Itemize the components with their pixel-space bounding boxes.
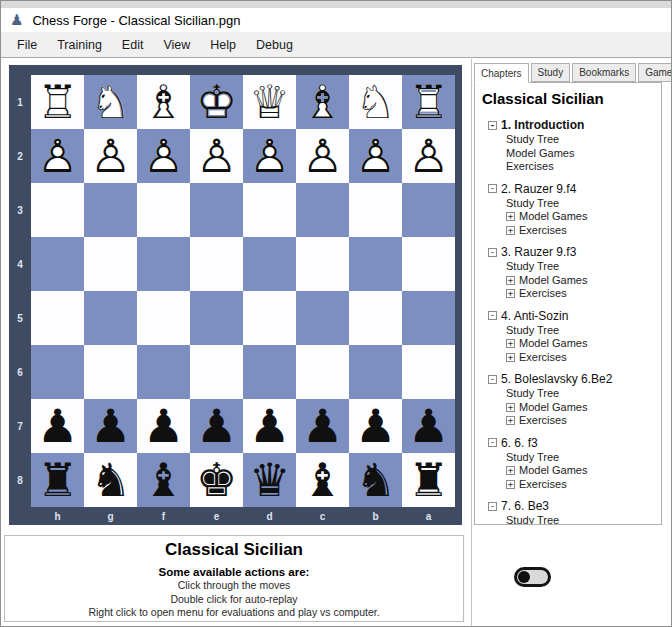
window-top-strip bbox=[1, 1, 671, 8]
square-h6[interactable] bbox=[31, 345, 84, 399]
comment-subtitle: Some available actions are: bbox=[5, 565, 463, 579]
chapter-title: 2. Rauzer 9.f4 bbox=[501, 181, 576, 197]
piece-white-pawn[interactable]: ♟♙ bbox=[296, 129, 349, 183]
piece-glyph: ♖ bbox=[31, 75, 84, 129]
square-d3[interactable] bbox=[243, 183, 296, 237]
square-e2[interactable]: ♟♙ bbox=[190, 129, 243, 183]
square-a3[interactable] bbox=[402, 183, 455, 237]
piece-black-bishop[interactable]: ♝ bbox=[296, 453, 349, 507]
chapter-2[interactable]: -2. Rauzer 9.f4 bbox=[488, 181, 657, 197]
square-a8[interactable]: ♜ bbox=[402, 453, 455, 507]
chapter-1-item[interactable]: Study Tree bbox=[506, 133, 657, 147]
square-f2[interactable]: ♟♙ bbox=[137, 129, 190, 183]
piece-glyph: ♙ bbox=[402, 129, 455, 183]
square-a5[interactable] bbox=[402, 291, 455, 345]
chapter-item-label: Model Games bbox=[519, 274, 587, 288]
menu-debug[interactable]: Debug bbox=[246, 33, 303, 57]
comment-panel: Classical Sicilian Some available action… bbox=[4, 535, 464, 622]
chapter-title: 6. 6. f3 bbox=[501, 435, 538, 451]
square-e1[interactable]: ♚♔ bbox=[190, 75, 243, 129]
square-a6[interactable] bbox=[402, 345, 455, 399]
rank-label-8: 8 bbox=[9, 453, 31, 507]
square-g6[interactable] bbox=[84, 345, 137, 399]
title-bar: ♟ Chess Forge - Classical Sicilian.pgn bbox=[1, 8, 671, 33]
piece-black-king[interactable]: ♚ bbox=[190, 453, 243, 507]
piece-glyph: ♙ bbox=[84, 129, 137, 183]
menu-file[interactable]: File bbox=[7, 33, 47, 57]
collapse-icon[interactable]: - bbox=[488, 502, 497, 511]
piece-white-king[interactable]: ♚♔ bbox=[190, 75, 243, 129]
piece-glyph: ♝ bbox=[137, 453, 190, 507]
chapter-item-label: Exercises bbox=[519, 414, 567, 428]
file-label-g: g bbox=[84, 507, 137, 525]
piece-glyph: ♝ bbox=[296, 453, 349, 507]
menu-bar: FileTrainingEditViewHelpDebug bbox=[1, 33, 671, 58]
chapter-title: 4. Anti-Sozin bbox=[501, 308, 568, 324]
expand-icon[interactable]: + bbox=[506, 480, 515, 489]
piece-glyph: ♟ bbox=[84, 399, 137, 453]
file-label-c: c bbox=[296, 507, 349, 525]
piece-glyph: ♟ bbox=[296, 399, 349, 453]
square-b8[interactable]: ♞ bbox=[349, 453, 402, 507]
square-b6[interactable] bbox=[349, 345, 402, 399]
square-f4[interactable] bbox=[137, 237, 190, 291]
chapter-3-item[interactable]: +Exercises bbox=[506, 287, 657, 301]
square-g7[interactable]: ♟ bbox=[84, 399, 137, 453]
chapter-2-item[interactable]: +Exercises bbox=[506, 224, 657, 238]
square-e5[interactable] bbox=[190, 291, 243, 345]
piece-black-pawn[interactable]: ♟ bbox=[31, 399, 84, 453]
chapter-item-label: Model Games bbox=[519, 401, 587, 415]
piece-black-pawn[interactable]: ♟ bbox=[349, 399, 402, 453]
chapter-1-item[interactable]: Model Games bbox=[506, 147, 657, 161]
expand-icon[interactable]: + bbox=[506, 416, 515, 425]
piece-glyph: ♟ bbox=[349, 399, 402, 453]
piece-black-pawn[interactable]: ♟ bbox=[84, 399, 137, 453]
study-title: Classical Sicilian bbox=[482, 90, 657, 107]
chapter-item-label: Model Games bbox=[519, 337, 587, 351]
comment-line: Double click for auto-replay bbox=[5, 593, 463, 607]
rank-label-4: 4 bbox=[9, 237, 31, 291]
square-a4[interactable] bbox=[402, 237, 455, 291]
collapse-icon[interactable]: - bbox=[488, 184, 497, 193]
piece-glyph: ♖ bbox=[402, 75, 455, 129]
piece-glyph: ♟ bbox=[137, 399, 190, 453]
piece-glyph: ♟ bbox=[190, 399, 243, 453]
piece-black-pawn[interactable]: ♟ bbox=[402, 399, 455, 453]
piece-glyph: ♟ bbox=[243, 399, 296, 453]
chess-board: 12345678hgfedcba♜♖♞♘♝♗♚♔♛♕♝♗♞♘♜♖♟♙♟♙♟♙♟♙… bbox=[9, 65, 462, 525]
square-d4[interactable] bbox=[243, 237, 296, 291]
chapter-4-item[interactable]: +Model Games bbox=[506, 337, 657, 351]
piece-glyph: ♘ bbox=[349, 75, 402, 129]
tab-chapters[interactable]: Chapters bbox=[474, 63, 529, 83]
square-g4[interactable] bbox=[84, 237, 137, 291]
square-b5[interactable] bbox=[349, 291, 402, 345]
square-g8[interactable]: ♞ bbox=[84, 453, 137, 507]
square-d8[interactable]: ♛ bbox=[243, 453, 296, 507]
piece-black-pawn[interactable]: ♟ bbox=[296, 399, 349, 453]
square-f1[interactable]: ♝♗ bbox=[137, 75, 190, 129]
rank-label-1: 1 bbox=[9, 75, 31, 129]
menu-help[interactable]: Help bbox=[200, 33, 246, 57]
piece-white-knight[interactable]: ♞♘ bbox=[84, 75, 137, 129]
square-g5[interactable] bbox=[84, 291, 137, 345]
square-h8[interactable]: ♜ bbox=[31, 453, 84, 507]
square-b2[interactable]: ♟♙ bbox=[349, 129, 402, 183]
square-d1[interactable]: ♛♕ bbox=[243, 75, 296, 129]
file-label-a: a bbox=[402, 507, 455, 525]
square-g1[interactable]: ♞♘ bbox=[84, 75, 137, 129]
square-a1[interactable]: ♜♖ bbox=[402, 75, 455, 129]
chapter-3[interactable]: -3. Rauzer 9.f3 bbox=[488, 244, 657, 260]
collapse-icon[interactable]: - bbox=[488, 311, 497, 320]
chapter-5[interactable]: -5. Boleslavsky 6.Be2 bbox=[488, 371, 657, 387]
chapter-4[interactable]: -4. Anti-Sozin bbox=[488, 308, 657, 324]
piece-white-pawn[interactable]: ♟♙ bbox=[31, 129, 84, 183]
square-e6[interactable] bbox=[190, 345, 243, 399]
square-b1[interactable]: ♞♘ bbox=[349, 75, 402, 129]
chapter-5-item[interactable]: +Model Games bbox=[506, 401, 657, 415]
square-d6[interactable] bbox=[243, 345, 296, 399]
chapter-item-label: Study Tree bbox=[506, 133, 559, 147]
square-b7[interactable]: ♟ bbox=[349, 399, 402, 453]
expand-icon[interactable]: + bbox=[506, 289, 515, 298]
toggle-switch[interactable] bbox=[514, 567, 551, 587]
chapters-panel: Classical Sicilian -1. IntroductionStudy… bbox=[474, 82, 662, 525]
square-f5[interactable] bbox=[137, 291, 190, 345]
chapter-7-item[interactable]: Study Tree bbox=[506, 514, 657, 525]
rank-label-3: 3 bbox=[9, 183, 31, 237]
square-h7[interactable]: ♟ bbox=[31, 399, 84, 453]
piece-glyph: ♘ bbox=[84, 75, 137, 129]
comment-title: Classical Sicilian bbox=[5, 539, 463, 560]
chapter-title: 5. Boleslavsky 6.Be2 bbox=[501, 371, 612, 387]
piece-glyph: ♙ bbox=[31, 129, 84, 183]
piece-glyph: ♙ bbox=[243, 129, 296, 183]
tab-bookmarks[interactable]: Bookmarks bbox=[572, 63, 636, 82]
rank-label-5: 5 bbox=[9, 291, 31, 345]
piece-white-pawn[interactable]: ♟♙ bbox=[84, 129, 137, 183]
rank-label-6: 6 bbox=[9, 345, 31, 399]
piece-white-bishop[interactable]: ♝♗ bbox=[137, 75, 190, 129]
square-c7[interactable]: ♟ bbox=[296, 399, 349, 453]
piece-glyph: ♗ bbox=[137, 75, 190, 129]
piece-white-rook[interactable]: ♜♖ bbox=[31, 75, 84, 129]
chapter-item-label: Study Tree bbox=[506, 514, 559, 525]
piece-white-pawn[interactable]: ♟♙ bbox=[137, 129, 190, 183]
expand-icon[interactable]: + bbox=[506, 466, 515, 475]
comment-line: Click through the moves bbox=[5, 579, 463, 593]
chapter-item-label: Study Tree bbox=[506, 387, 559, 401]
piece-white-knight[interactable]: ♞♘ bbox=[349, 75, 402, 129]
chapter-3-item[interactable]: Study Tree bbox=[506, 260, 657, 274]
square-c6[interactable] bbox=[296, 345, 349, 399]
square-f6[interactable] bbox=[137, 345, 190, 399]
piece-glyph: ♟ bbox=[31, 399, 84, 453]
piece-glyph: ♜ bbox=[31, 453, 84, 507]
square-g3[interactable] bbox=[84, 183, 137, 237]
expand-icon[interactable]: + bbox=[506, 353, 515, 362]
square-e8[interactable]: ♚ bbox=[190, 453, 243, 507]
menu-view[interactable]: View bbox=[153, 33, 200, 57]
chapter-title: 7. 6. Be3 bbox=[501, 498, 549, 514]
window-title: Chess Forge - Classical Sicilian.pgn bbox=[32, 13, 240, 28]
expand-icon[interactable]: + bbox=[506, 339, 515, 348]
expand-icon[interactable]: + bbox=[506, 403, 515, 412]
chapter-6-item[interactable]: +Model Games bbox=[506, 464, 657, 478]
file-label-h: h bbox=[31, 507, 84, 525]
chapter-6-item[interactable]: +Exercises bbox=[506, 478, 657, 492]
pawn-icon: ♟ bbox=[10, 13, 23, 28]
piece-black-rook[interactable]: ♜ bbox=[402, 453, 455, 507]
piece-white-queen[interactable]: ♛♕ bbox=[243, 75, 296, 129]
piece-glyph: ♙ bbox=[137, 129, 190, 183]
piece-white-pawn[interactable]: ♟♙ bbox=[402, 129, 455, 183]
square-h5[interactable] bbox=[31, 291, 84, 345]
square-e3[interactable] bbox=[190, 183, 243, 237]
square-h3[interactable] bbox=[31, 183, 84, 237]
piece-white-pawn[interactable]: ♟♙ bbox=[243, 129, 296, 183]
square-c4[interactable] bbox=[296, 237, 349, 291]
chapter-item-label: Exercises bbox=[519, 224, 567, 238]
collapse-icon[interactable]: - bbox=[488, 121, 497, 130]
piece-black-pawn[interactable]: ♟ bbox=[137, 399, 190, 453]
piece-glyph: ♙ bbox=[296, 129, 349, 183]
piece-white-pawn[interactable]: ♟♙ bbox=[190, 129, 243, 183]
chapter-3-item[interactable]: +Model Games bbox=[506, 274, 657, 288]
chapter-6[interactable]: -6. 6. f3 bbox=[488, 435, 657, 451]
toggle-knob[interactable] bbox=[518, 571, 530, 583]
collapse-icon[interactable]: - bbox=[488, 438, 497, 447]
menu-edit[interactable]: Edit bbox=[112, 33, 154, 57]
piece-glyph: ♔ bbox=[190, 75, 243, 129]
piece-glyph: ♜ bbox=[402, 453, 455, 507]
chapter-4-item[interactable]: +Exercises bbox=[506, 351, 657, 365]
tab-study[interactable]: Study bbox=[531, 63, 571, 82]
chapter-5-item[interactable]: Study Tree bbox=[506, 387, 657, 401]
collapse-icon[interactable]: - bbox=[488, 375, 497, 384]
chapter-item-label: Exercises bbox=[519, 478, 567, 492]
chapter-1-item[interactable]: Exercises bbox=[506, 160, 657, 174]
piece-black-pawn[interactable]: ♟ bbox=[243, 399, 296, 453]
comment-lines: Click through the movesDouble click for … bbox=[5, 579, 463, 620]
square-c1[interactable]: ♝♗ bbox=[296, 75, 349, 129]
square-b4[interactable] bbox=[349, 237, 402, 291]
square-a2[interactable]: ♟♙ bbox=[402, 129, 455, 183]
piece-black-knight[interactable]: ♞ bbox=[84, 453, 137, 507]
piece-glyph: ♕ bbox=[243, 75, 296, 129]
square-d5[interactable] bbox=[243, 291, 296, 345]
chapter-5-item[interactable]: +Exercises bbox=[506, 414, 657, 428]
piece-black-knight[interactable]: ♞ bbox=[349, 453, 402, 507]
piece-black-pawn[interactable]: ♟ bbox=[190, 399, 243, 453]
piece-white-pawn[interactable]: ♟♙ bbox=[349, 129, 402, 183]
chapter-1[interactable]: -1. Introduction bbox=[488, 117, 657, 133]
chapter-4-item[interactable]: Study Tree bbox=[506, 324, 657, 338]
chapter-item-label: Study Tree bbox=[506, 324, 559, 338]
file-label-f: f bbox=[137, 507, 190, 525]
chapter-item-label: Exercises bbox=[506, 160, 554, 174]
expand-icon[interactable]: + bbox=[506, 212, 515, 221]
collapse-icon[interactable]: - bbox=[488, 248, 497, 257]
square-d7[interactable]: ♟ bbox=[243, 399, 296, 453]
sidebar-tabs: ChaptersStudyBookmarksGamesExercises bbox=[474, 63, 672, 82]
piece-glyph: ♞ bbox=[84, 453, 137, 507]
chapter-item-label: Exercises bbox=[519, 287, 567, 301]
square-f3[interactable] bbox=[137, 183, 190, 237]
piece-glyph: ♗ bbox=[296, 75, 349, 129]
square-e7[interactable]: ♟ bbox=[190, 399, 243, 453]
chapter-6-item[interactable]: Study Tree bbox=[506, 451, 657, 465]
square-g2[interactable]: ♟♙ bbox=[84, 129, 137, 183]
chapter-item-label: Study Tree bbox=[506, 260, 559, 274]
piece-glyph: ♞ bbox=[349, 453, 402, 507]
square-f7[interactable]: ♟ bbox=[137, 399, 190, 453]
rank-label-2: 2 bbox=[9, 129, 31, 183]
menu-training[interactable]: Training bbox=[47, 33, 112, 57]
square-c3[interactable] bbox=[296, 183, 349, 237]
piece-white-rook[interactable]: ♜♖ bbox=[402, 75, 455, 129]
square-h4[interactable] bbox=[31, 237, 84, 291]
chapter-title: 3. Rauzer 9.f3 bbox=[501, 244, 576, 260]
square-c8[interactable]: ♝ bbox=[296, 453, 349, 507]
chapter-item-label: Study Tree bbox=[506, 451, 559, 465]
piece-glyph: ♙ bbox=[190, 129, 243, 183]
square-c2[interactable]: ♟♙ bbox=[296, 129, 349, 183]
square-e4[interactable] bbox=[190, 237, 243, 291]
chapter-item-label: Model Games bbox=[519, 210, 587, 224]
square-c5[interactable] bbox=[296, 291, 349, 345]
chapter-item-label: Model Games bbox=[519, 464, 587, 478]
chapter-title: 1. Introduction bbox=[501, 117, 584, 133]
piece-white-bishop[interactable]: ♝♗ bbox=[296, 75, 349, 129]
file-label-d: d bbox=[243, 507, 296, 525]
chapters-tree: -1. IntroductionStudy TreeModel GamesExe… bbox=[482, 117, 657, 525]
chapter-7[interactable]: -7. 6. Be3 bbox=[488, 498, 657, 514]
comment-line: Right click to open menu for evaluations… bbox=[5, 606, 463, 620]
piece-glyph: ♟ bbox=[402, 399, 455, 453]
piece-black-queen[interactable]: ♛ bbox=[243, 453, 296, 507]
chapter-2-item[interactable]: Study Tree bbox=[506, 197, 657, 211]
piece-glyph: ♙ bbox=[349, 129, 402, 183]
piece-black-bishop[interactable]: ♝ bbox=[137, 453, 190, 507]
chapter-item-label: Study Tree bbox=[506, 197, 559, 211]
chapter-item-label: Model Games bbox=[506, 147, 574, 161]
square-h2[interactable]: ♟♙ bbox=[31, 129, 84, 183]
square-a7[interactable]: ♟ bbox=[402, 399, 455, 453]
expand-icon[interactable]: + bbox=[506, 226, 515, 235]
file-label-b: b bbox=[349, 507, 402, 525]
expand-icon[interactable]: + bbox=[506, 276, 515, 285]
square-f8[interactable]: ♝ bbox=[137, 453, 190, 507]
app-window: ♟ Chess Forge - Classical Sicilian.pgn F… bbox=[0, 0, 672, 627]
tab-games[interactable]: Games bbox=[638, 63, 672, 82]
chapter-2-item[interactable]: +Model Games bbox=[506, 210, 657, 224]
sidebar: ChaptersStudyBookmarksGamesExercises Cla… bbox=[471, 59, 671, 626]
piece-glyph: ♚ bbox=[190, 453, 243, 507]
piece-black-rook[interactable]: ♜ bbox=[31, 453, 84, 507]
chapter-item-label: Exercises bbox=[519, 351, 567, 365]
piece-glyph: ♛ bbox=[243, 453, 296, 507]
square-d2[interactable]: ♟♙ bbox=[243, 129, 296, 183]
square-b3[interactable] bbox=[349, 183, 402, 237]
file-label-e: e bbox=[190, 507, 243, 525]
square-h1[interactable]: ♜♖ bbox=[31, 75, 84, 129]
rank-label-7: 7 bbox=[9, 399, 31, 453]
